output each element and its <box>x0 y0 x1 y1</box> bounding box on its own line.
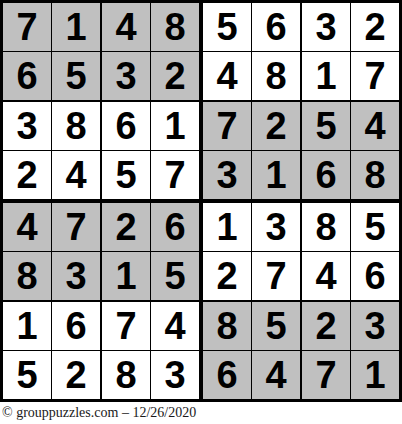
board-cell-r3c8: 4 <box>351 102 399 151</box>
board-cell-r6c5: 2 <box>203 252 252 302</box>
board-cell-r1c1: 7 <box>3 3 52 52</box>
board-cell-r6c3: 1 <box>102 252 151 302</box>
board-cell-r3c5: 7 <box>203 102 252 151</box>
board-cell-r5c8: 5 <box>351 203 399 252</box>
board-cell-r8c1: 5 <box>3 351 52 399</box>
board-cell-r7c6: 5 <box>252 302 302 351</box>
board-cell-r2c1: 6 <box>3 52 52 102</box>
board-cell-r5c2: 7 <box>52 203 102 252</box>
board-cell-r2c6: 8 <box>252 52 302 102</box>
board-cell-r7c8: 3 <box>351 302 399 351</box>
board-cell-r4c8: 8 <box>351 151 399 203</box>
board-cell-r5c1: 4 <box>3 203 52 252</box>
board-cell-r2c3: 3 <box>102 52 151 102</box>
board-cell-r5c6: 3 <box>252 203 302 252</box>
board-cell-r8c7: 7 <box>302 351 351 399</box>
board-cell-r3c7: 5 <box>302 102 351 151</box>
board-cell-r8c4: 3 <box>151 351 203 399</box>
board-cell-r8c6: 4 <box>252 351 302 399</box>
board-cell-r4c5: 3 <box>203 151 252 203</box>
board-cell-r2c7: 1 <box>302 52 351 102</box>
board-cell-r2c5: 4 <box>203 52 252 102</box>
board-cell-r1c4: 8 <box>151 3 203 52</box>
board-cell-r2c4: 2 <box>151 52 203 102</box>
board-cell-r4c1: 2 <box>3 151 52 203</box>
board-cell-r6c1: 8 <box>3 252 52 302</box>
board-cell-r4c6: 1 <box>252 151 302 203</box>
board-cell-r2c8: 7 <box>351 52 399 102</box>
board-cell-r8c3: 8 <box>102 351 151 399</box>
board-cell-r5c3: 2 <box>102 203 151 252</box>
board-cell-r7c1: 1 <box>3 302 52 351</box>
board-cell-r1c6: 6 <box>252 3 302 52</box>
board-cell-r4c2: 4 <box>52 151 102 203</box>
board-cell-r1c8: 2 <box>351 3 399 52</box>
board-cell-r7c3: 7 <box>102 302 151 351</box>
board-cell-r3c1: 3 <box>3 102 52 151</box>
board-cell-r1c3: 4 <box>102 3 151 52</box>
board-cell-r4c7: 6 <box>302 151 351 203</box>
copyright-text: © grouppuzzles.com – 12/26/2020 <box>2 405 402 421</box>
board-cell-r8c5: 6 <box>203 351 252 399</box>
board-cell-r3c2: 8 <box>52 102 102 151</box>
board-cell-r7c7: 2 <box>302 302 351 351</box>
board-cell-r2c2: 5 <box>52 52 102 102</box>
board-cell-r1c2: 1 <box>52 3 102 52</box>
board-cell-r3c6: 2 <box>252 102 302 151</box>
board-cell-r5c5: 1 <box>203 203 252 252</box>
board-cell-r1c5: 5 <box>203 3 252 52</box>
board-cell-r7c5: 8 <box>203 302 252 351</box>
board-cell-r3c4: 1 <box>151 102 203 151</box>
board-cell-r4c3: 5 <box>102 151 151 203</box>
sudoku-board: 7148563265324817386172542457316847261385… <box>0 0 402 402</box>
board-cell-r6c4: 5 <box>151 252 203 302</box>
board-cell-r6c7: 4 <box>302 252 351 302</box>
board-cell-r8c2: 2 <box>52 351 102 399</box>
board-cell-r6c6: 7 <box>252 252 302 302</box>
board-cell-r3c3: 6 <box>102 102 151 151</box>
board-cell-r6c8: 6 <box>351 252 399 302</box>
board-cell-r5c7: 8 <box>302 203 351 252</box>
board-cell-r5c4: 6 <box>151 203 203 252</box>
board-cell-r6c2: 3 <box>52 252 102 302</box>
board-cell-r1c7: 3 <box>302 3 351 52</box>
board-cell-r4c4: 7 <box>151 151 203 203</box>
board-cell-r8c8: 1 <box>351 351 399 399</box>
board-cell-r7c4: 4 <box>151 302 203 351</box>
board-cell-r7c2: 6 <box>52 302 102 351</box>
